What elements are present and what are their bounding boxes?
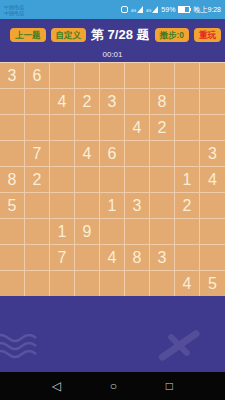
cell-r6c7[interactable] (150, 193, 175, 219)
sudoku-board: 3642384274638214513219748345 (0, 62, 225, 296)
cell-r3c7[interactable]: 2 (150, 115, 175, 141)
cell-r1c3[interactable] (50, 63, 75, 89)
cell-r5c4[interactable] (75, 167, 100, 193)
signal-bars-icon-2 (152, 6, 158, 13)
cell-r3c2[interactable] (25, 115, 50, 141)
cell-r8c9[interactable] (200, 245, 225, 271)
network-type-label-2: 4G (146, 9, 151, 13)
cell-r1c9[interactable] (200, 63, 225, 89)
carrier-line2: 中国电信 (4, 10, 24, 16)
waves-icon (0, 332, 54, 360)
cell-r6c2[interactable] (25, 193, 50, 219)
cell-r7c7[interactable] (150, 219, 175, 245)
cell-r8c2[interactable] (25, 245, 50, 271)
cell-r9c8[interactable]: 4 (175, 271, 200, 297)
timer: 00:01 (0, 50, 225, 59)
home-icon[interactable]: ○ (110, 380, 117, 392)
cell-r2c9[interactable] (200, 89, 225, 115)
question-counter: 第 7/28 题 (91, 26, 150, 44)
cell-r7c5[interactable] (100, 219, 125, 245)
plane-icon (151, 322, 207, 368)
cell-r8c7[interactable]: 3 (150, 245, 175, 271)
cell-r6c5[interactable]: 1 (100, 193, 125, 219)
cell-r2c3[interactable]: 4 (50, 89, 75, 115)
network-type-label: 4G (131, 9, 136, 13)
cell-r4c7[interactable] (150, 141, 175, 167)
cell-r7c6[interactable] (125, 219, 150, 245)
cell-r3c1[interactable] (0, 115, 25, 141)
cell-r4c3[interactable] (50, 141, 75, 167)
cell-r3c9[interactable] (200, 115, 225, 141)
cell-r6c6[interactable]: 3 (125, 193, 150, 219)
cell-r4c4[interactable]: 4 (75, 141, 100, 167)
cell-r7c2[interactable] (25, 219, 50, 245)
clock-label: 晚上9:28 (193, 5, 221, 15)
cell-r9c7[interactable] (150, 271, 175, 297)
battery-percent: 59% (161, 6, 175, 13)
undo-button[interactable]: 撤步:0 (155, 28, 190, 43)
cell-r9c6[interactable] (125, 271, 150, 297)
cell-r2c2[interactable] (25, 89, 50, 115)
cell-r9c2[interactable] (25, 271, 50, 297)
cell-r2c5[interactable]: 3 (100, 89, 125, 115)
cell-r6c9[interactable] (200, 193, 225, 219)
cell-r9c5[interactable] (100, 271, 125, 297)
cell-r2c8[interactable] (175, 89, 200, 115)
battery-icon (178, 6, 190, 13)
cell-r5c3[interactable] (50, 167, 75, 193)
prev-question-button[interactable]: 上一题 (10, 28, 46, 43)
cell-r9c3[interactable] (50, 271, 75, 297)
cell-r7c4[interactable]: 9 (75, 219, 100, 245)
recents-icon[interactable]: □ (166, 380, 173, 392)
carrier-labels: 中国电信 中国电信 (4, 4, 24, 16)
cell-r5c2[interactable]: 2 (25, 167, 50, 193)
cell-r3c3[interactable] (50, 115, 75, 141)
cell-r4c5[interactable]: 6 (100, 141, 125, 167)
cell-r7c9[interactable] (200, 219, 225, 245)
cell-r4c8[interactable] (175, 141, 200, 167)
status-icons: 4G 4G 59% 晚上9:28 (121, 5, 221, 15)
cell-r9c4[interactable] (75, 271, 100, 297)
custom-button[interactable]: 自定义 (51, 28, 87, 43)
replay-button[interactable]: 重玩 (194, 28, 221, 43)
footer (0, 296, 225, 372)
cell-r7c3[interactable]: 1 (50, 219, 75, 245)
cell-r6c3[interactable] (50, 193, 75, 219)
cell-r4c6[interactable] (125, 141, 150, 167)
cell-r4c2[interactable]: 7 (25, 141, 50, 167)
cell-r1c4[interactable] (75, 63, 100, 89)
cell-r7c1[interactable] (0, 219, 25, 245)
cell-r3c5[interactable] (100, 115, 125, 141)
header: 上一题 自定义 第 7/28 题 撤步:0 重玩 00:01 (0, 19, 225, 62)
android-nav-bar: ◁ ○ □ (0, 372, 225, 400)
cell-r5c9[interactable]: 4 (200, 167, 225, 193)
cell-r3c6[interactable]: 4 (125, 115, 150, 141)
cell-r6c8[interactable]: 2 (175, 193, 200, 219)
cell-r1c7[interactable] (150, 63, 175, 89)
cell-r8c6[interactable]: 8 (125, 245, 150, 271)
cell-r8c8[interactable] (175, 245, 200, 271)
cell-r7c8[interactable] (175, 219, 200, 245)
cell-r6c1[interactable]: 5 (0, 193, 25, 219)
cell-r2c6[interactable] (125, 89, 150, 115)
cell-r5c8[interactable]: 1 (175, 167, 200, 193)
cell-r4c1[interactable] (0, 141, 25, 167)
cell-r9c9[interactable]: 5 (200, 271, 225, 297)
signal-bars-icon (137, 6, 143, 13)
cell-r2c7[interactable]: 8 (150, 89, 175, 115)
cell-r1c1[interactable]: 3 (0, 63, 25, 89)
cell-r8c3[interactable]: 7 (50, 245, 75, 271)
cell-r4c9[interactable]: 3 (200, 141, 225, 167)
cell-r1c2[interactable]: 6 (25, 63, 50, 89)
cell-r5c6[interactable] (125, 167, 150, 193)
cell-r5c1[interactable]: 8 (0, 167, 25, 193)
status-bar: 中国电信 中国电信 4G 4G 59% 晚上9:28 (0, 0, 225, 19)
cell-r1c8[interactable] (175, 63, 200, 89)
signal-icon-2: 4G (146, 6, 158, 13)
back-icon[interactable]: ◁ (52, 380, 61, 392)
cell-r5c7[interactable] (150, 167, 175, 193)
cell-r8c4[interactable] (75, 245, 100, 271)
cell-r2c4[interactable]: 2 (75, 89, 100, 115)
cell-r1c5[interactable] (100, 63, 125, 89)
signal-icon: 4G (131, 6, 143, 13)
cell-r2c1[interactable] (0, 89, 25, 115)
cell-r9c1[interactable] (0, 271, 25, 297)
cell-r1c6[interactable] (125, 63, 150, 89)
cell-r8c5[interactable]: 4 (100, 245, 125, 271)
phone-screen: 中国电信 中国电信 4G 4G 59% 晚上9:28 上一题 自定义 第 7/2… (0, 0, 225, 400)
cell-r8c1[interactable] (0, 245, 25, 271)
notification-icon (121, 6, 128, 13)
cell-r6c4[interactable] (75, 193, 100, 219)
cell-r3c8[interactable] (175, 115, 200, 141)
cell-r5c5[interactable] (100, 167, 125, 193)
cell-r3c4[interactable] (75, 115, 100, 141)
